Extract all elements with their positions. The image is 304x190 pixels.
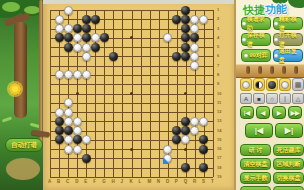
grid-line-horizontal xyxy=(50,103,213,104)
row-label: 12 xyxy=(217,110,221,114)
quick-button-2[interactable]: 精彩棋谱 xyxy=(273,17,303,30)
column-label: T xyxy=(211,180,214,185)
nav-row-step: |◀◀▶▶▶ xyxy=(240,106,302,119)
column-label: B xyxy=(57,180,60,185)
column-label: Q xyxy=(184,180,188,185)
go-app-window: ABCDEFGHJKLMNOPQRST123456789101112131415… xyxy=(0,0,304,190)
tool-alternate-stone[interactable] xyxy=(253,78,265,91)
grid-line-vertical xyxy=(141,10,142,177)
row-label: 8 xyxy=(217,73,219,77)
bottom-button-1[interactable]: 研 讨 xyxy=(240,144,271,156)
bottom-button-5[interactable]: 显示手数 xyxy=(240,172,271,184)
shelf-peg-handle[interactable] xyxy=(270,66,274,74)
column-label: G xyxy=(102,180,106,185)
white-stone[interactable] xyxy=(55,24,64,33)
half-stone-icon xyxy=(255,81,263,89)
black-stone[interactable] xyxy=(82,154,91,163)
grass xyxy=(2,116,12,122)
nav-jump-end[interactable]: ▶| xyxy=(275,123,303,138)
white-stone[interactable] xyxy=(82,43,91,52)
nav-prev[interactable]: ◀ xyxy=(256,106,270,119)
row-label: 3 xyxy=(217,27,219,31)
jungle-path xyxy=(6,158,40,180)
white-stone[interactable] xyxy=(64,135,73,144)
shelf-peg-handle[interactable] xyxy=(246,66,250,74)
quick-button-4[interactable]: 打开棋谱 xyxy=(273,33,303,46)
column-label: O xyxy=(166,180,170,185)
column-label: D xyxy=(75,180,78,185)
black-stone[interactable] xyxy=(82,33,91,42)
column-label: M xyxy=(148,180,152,185)
row-label: 7 xyxy=(217,64,219,68)
quick-button-3[interactable]: 保存棋谱 xyxy=(241,33,271,46)
marker-letter[interactable]: A xyxy=(240,93,252,104)
white-stone[interactable] xyxy=(64,98,73,107)
column-label: P xyxy=(175,180,178,185)
black-stone[interactable] xyxy=(181,6,190,15)
button-bullet-icon xyxy=(274,22,278,26)
row-label: 17 xyxy=(217,156,221,160)
black-stone[interactable] xyxy=(64,33,73,42)
white-stone[interactable] xyxy=(55,108,64,117)
marker-square[interactable]: ■ xyxy=(253,93,265,104)
column-label: C xyxy=(66,180,69,185)
tool-grid[interactable]: ▩ xyxy=(292,78,304,91)
white-stone[interactable] xyxy=(55,70,64,79)
row-label: 13 xyxy=(217,119,221,123)
black-stone[interactable] xyxy=(91,15,100,24)
panel-title-part2: 功能 xyxy=(265,3,287,16)
row-label: 19 xyxy=(217,175,221,179)
white-stone-icon xyxy=(281,81,289,89)
quick-button-5[interactable]: 99对弈 xyxy=(241,49,271,62)
white-stone[interactable] xyxy=(82,52,91,61)
nav-fast-forward[interactable]: ▶▶ xyxy=(288,106,302,119)
grid-line-vertical xyxy=(150,10,151,177)
black-stone[interactable] xyxy=(55,117,64,126)
column-label: F xyxy=(93,180,96,185)
stone-tool-row: ▩ xyxy=(240,78,304,91)
flower-icon xyxy=(9,83,21,95)
black-stone[interactable] xyxy=(73,135,82,144)
button-bullet-icon xyxy=(274,38,278,42)
bottom-button-4[interactable]: 区域判断 xyxy=(273,158,304,170)
bottom-button-partial-left[interactable] xyxy=(240,186,271,190)
marker-circle[interactable]: ○ xyxy=(266,93,278,104)
white-stone[interactable] xyxy=(163,145,172,154)
row-label: 6 xyxy=(217,54,219,58)
tool-white-stone-2[interactable] xyxy=(279,78,291,91)
button-bullet-icon xyxy=(274,54,278,58)
white-stone[interactable] xyxy=(73,43,82,52)
black-stone[interactable] xyxy=(55,33,64,42)
row-label: 4 xyxy=(217,36,219,40)
tool-white-stone[interactable] xyxy=(240,78,252,91)
button-bullet-icon xyxy=(242,38,246,42)
quick-button-6[interactable]: 退出复盘 xyxy=(273,49,303,62)
hanging-vine xyxy=(39,0,43,146)
black-stone[interactable] xyxy=(55,126,64,135)
row-label: 10 xyxy=(217,92,221,96)
white-stone[interactable] xyxy=(64,6,73,15)
black-stone[interactable] xyxy=(82,15,91,24)
nav-jump-start[interactable]: |◀ xyxy=(245,123,273,138)
black-stone[interactable] xyxy=(181,43,190,52)
nav-next[interactable]: ▶ xyxy=(272,106,286,119)
row-label: 16 xyxy=(217,147,221,151)
black-stone[interactable] xyxy=(82,24,91,33)
column-label: J xyxy=(120,180,123,185)
column-label: L xyxy=(139,180,142,185)
column-label: E xyxy=(84,180,87,185)
column-label: R xyxy=(193,180,196,185)
white-stone[interactable] xyxy=(73,117,82,126)
quick-function-buttons: 棋谱求助精彩棋谱保存棋谱打开棋谱99对弈退出复盘 xyxy=(241,17,303,62)
quick-button-label: 退出复盘 xyxy=(279,47,302,65)
bottom-function-buttons: 研 讨死活题库清空棋盘区域判断显示手数切换棋盘 xyxy=(240,144,304,190)
column-label: S xyxy=(202,180,205,185)
white-stone[interactable] xyxy=(73,145,82,154)
shelf-peg-handle[interactable] xyxy=(294,66,298,74)
row-label: 9 xyxy=(217,82,219,86)
black-stone[interactable] xyxy=(55,135,64,144)
black-stone[interactable] xyxy=(109,52,118,61)
black-stone[interactable] xyxy=(64,126,73,135)
grid-line-vertical xyxy=(213,10,214,177)
black-stone[interactable] xyxy=(172,15,181,24)
marker-triangle[interactable]: △ xyxy=(292,93,304,104)
quick-button-label: 保存棋谱 xyxy=(247,31,270,49)
marker-line[interactable]: ❘ xyxy=(279,93,291,104)
white-stone[interactable] xyxy=(64,117,73,126)
white-stone[interactable] xyxy=(73,33,82,42)
star-point xyxy=(76,92,79,95)
row-label: 2 xyxy=(217,17,219,21)
button-bullet-icon xyxy=(242,22,246,26)
white-stone[interactable] xyxy=(64,24,73,33)
row-label: 11 xyxy=(217,101,221,105)
column-label: N xyxy=(157,180,160,185)
grid-line-vertical xyxy=(177,10,178,177)
tool-black-stone[interactable] xyxy=(266,78,278,91)
row-label: 18 xyxy=(217,166,221,170)
shelf-peg-handle[interactable] xyxy=(282,66,286,74)
leaf-decoration xyxy=(2,2,20,12)
quick-button-1[interactable]: 棋谱求助 xyxy=(241,17,271,30)
row-label: 5 xyxy=(217,45,219,49)
bottom-button-3[interactable]: 清空棋盘 xyxy=(240,158,271,170)
button-bullet-icon xyxy=(244,54,248,58)
shelf-peg-handle[interactable] xyxy=(258,66,262,74)
sidebar-button[interactable]: 自动打谱 xyxy=(5,138,43,152)
jungle-background xyxy=(0,0,44,190)
white-stone[interactable] xyxy=(190,43,199,52)
white-stone-icon xyxy=(242,81,250,89)
column-label: K xyxy=(130,180,133,185)
white-stone[interactable] xyxy=(64,108,73,117)
marker-tool-row: A■○❘△ xyxy=(240,93,304,104)
bottom-button-2[interactable]: 死活题库 xyxy=(273,144,304,156)
white-stone[interactable] xyxy=(64,145,73,154)
column-label: A xyxy=(48,180,51,185)
tree-trunk xyxy=(14,22,27,118)
star-point xyxy=(130,92,133,95)
board-top-edge xyxy=(43,0,234,4)
column-label: H xyxy=(111,180,114,185)
grid-line-horizontal xyxy=(50,158,213,159)
row-label: 15 xyxy=(217,138,221,142)
star-point xyxy=(130,148,133,151)
bottom-button-partial-right[interactable] xyxy=(273,186,304,190)
black-stone-icon xyxy=(268,81,276,89)
black-stone[interactable] xyxy=(91,43,100,52)
row-label: 14 xyxy=(217,129,221,133)
nav-first[interactable]: |◀ xyxy=(240,106,254,119)
grid-line-vertical xyxy=(159,10,160,177)
nav-row-jump: |◀▶| xyxy=(245,123,303,138)
row-label: 1 xyxy=(217,8,219,12)
black-stone[interactable] xyxy=(64,43,73,52)
grid-line-horizontal xyxy=(50,177,213,178)
grid-line-horizontal xyxy=(50,112,213,113)
bottom-button-6[interactable]: 切换棋盘 xyxy=(273,172,304,184)
quick-button-label: 99对弈 xyxy=(249,51,268,60)
white-stone[interactable] xyxy=(73,126,82,135)
last-move-marker-icon xyxy=(163,157,170,164)
black-stone[interactable] xyxy=(73,24,82,33)
white-stone[interactable] xyxy=(55,15,64,24)
